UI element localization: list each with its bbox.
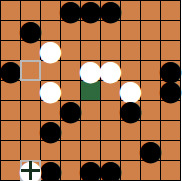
cell-r7-c6[interactable] [101,121,120,140]
cell-r7-c2[interactable] [21,121,40,140]
cell-r8-c6[interactable] [101,141,120,160]
cell-r2-c9[interactable] [161,21,180,40]
cell-r4-c9[interactable]: ● [161,61,180,80]
cell-r2-c8[interactable] [141,21,160,40]
cell-r9-c1[interactable] [1,161,20,180]
cell-r1-c4[interactable]: ● [61,1,80,20]
cell-r3-c8[interactable] [141,41,160,60]
cell-r4-c2[interactable] [21,61,40,80]
black-stone: ● [158,81,182,100]
cell-r5-c6[interactable] [101,81,120,100]
cell-r9-c7[interactable] [121,161,140,180]
black-stone: ● [138,141,162,160]
cell-r7-c4[interactable] [61,121,80,140]
cell-r1-c3[interactable] [41,1,60,20]
cell-r8-c2[interactable] [21,141,40,160]
cell-r4-c5[interactable]: ● [81,61,100,80]
black-stone: ● [18,21,42,40]
cell-r2-c3[interactable] [41,21,60,40]
black-stone: ● [158,61,182,80]
white-stone: ● [98,61,122,80]
cell-r6-c9[interactable] [161,101,180,120]
cell-r8-c3[interactable] [41,141,60,160]
black-stone: ● [98,161,122,180]
cell-r9-c4[interactable] [61,161,80,180]
cell-r6-c8[interactable] [141,101,160,120]
cell-r1-c9[interactable] [161,1,180,20]
cell-r4-c7[interactable] [121,61,140,80]
cell-r1-c5[interactable]: ● [81,1,100,20]
black-stone: ● [98,1,122,20]
cell-r9-c8[interactable] [141,161,160,180]
cell-r9-c5[interactable]: ● [81,161,100,180]
cell-r7-c5[interactable] [81,121,100,140]
white-stone: ● [38,81,62,100]
cell-r2-c6[interactable] [101,21,120,40]
black-stone: ● [0,61,23,80]
cell-r2-c1[interactable] [1,21,20,40]
cell-r8-c4[interactable] [61,141,80,160]
black-stone: ● [38,121,62,140]
cell-r4-c4[interactable] [61,61,80,80]
cell-r7-c7[interactable] [121,121,140,140]
cell-r4-c6[interactable]: ● [101,61,120,80]
cell-r1-c8[interactable] [141,1,160,20]
cell-r9-c3[interactable]: ● [41,161,60,180]
white-stone: ● [78,61,102,80]
black-stone: ● [78,1,102,20]
cell-r3-c3[interactable]: ● [41,41,60,60]
cell-r3-c4[interactable] [61,41,80,60]
cell-r3-c6[interactable] [101,41,120,60]
cell-r4-c3[interactable] [41,61,60,80]
cell-r6-c3[interactable] [41,101,60,120]
cell-r5-c1[interactable] [1,81,20,100]
white-stone: ● [118,81,142,100]
board: ●●●●●●●●●●●●●●●●●●●● [0,0,181,181]
cell-r3-c7[interactable] [121,41,140,60]
cell-r9-c2[interactable]: ● [21,161,40,180]
cell-r7-c3[interactable]: ● [41,121,60,140]
cell-r5-c2[interactable] [21,81,40,100]
cell-r8-c1[interactable] [1,141,20,160]
cell-r6-c6[interactable] [101,101,120,120]
cell-r4-c8[interactable] [141,61,160,80]
black-stone: ● [38,161,62,180]
cell-r1-c2[interactable] [21,1,40,20]
cell-r3-c1[interactable] [1,41,20,60]
cell-r5-c7[interactable]: ● [121,81,140,100]
cell-r8-c9[interactable] [161,141,180,160]
cell-r5-c9[interactable]: ● [161,81,180,100]
cell-r2-c5[interactable] [81,21,100,40]
white-stone: ● [38,41,62,60]
cell-r6-c5[interactable] [81,101,100,120]
cell-r2-c4[interactable] [61,21,80,40]
cell-r8-c7[interactable] [121,141,140,160]
cell-r7-c9[interactable] [161,121,180,140]
cell-r1-c7[interactable] [121,1,140,20]
cell-r1-c1[interactable] [1,1,20,20]
black-stone: ● [118,101,142,120]
cell-r4-c1[interactable]: ● [1,61,20,80]
cell-r5-c4[interactable] [61,81,80,100]
cell-r8-c5[interactable] [81,141,100,160]
cell-r5-c3[interactable]: ● [41,81,60,100]
cell-r3-c5[interactable] [81,41,100,60]
cross-marker-vertical [29,161,32,180]
cell-r5-c8[interactable] [141,81,160,100]
cell-r9-c9[interactable] [161,161,180,180]
cell-r6-c7[interactable]: ● [121,101,140,120]
cell-r1-c6[interactable]: ● [101,1,120,20]
cell-r3-c2[interactable] [21,41,40,60]
black-stone: ● [58,1,82,20]
cell-r5-c5[interactable] [81,81,100,100]
cell-r7-c8[interactable] [141,121,160,140]
cell-r3-c9[interactable] [161,41,180,60]
cell-r6-c4[interactable]: ● [61,101,80,120]
cell-r6-c1[interactable] [1,101,20,120]
black-stone: ● [58,101,82,120]
cell-r2-c2[interactable]: ● [21,21,40,40]
cell-r8-c8[interactable]: ● [141,141,160,160]
cell-r9-c6[interactable]: ● [101,161,120,180]
cell-r6-c2[interactable] [21,101,40,120]
cell-r2-c7[interactable] [121,21,140,40]
cell-r7-c1[interactable] [1,121,20,140]
black-stone: ● [78,161,102,180]
